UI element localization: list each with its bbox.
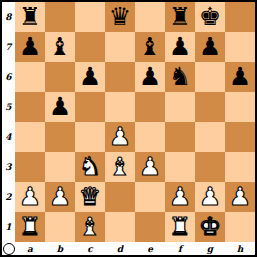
- white-pawn: ♟: [135, 152, 165, 182]
- black-pawn: ♟: [135, 62, 165, 92]
- chess-diagram: 8 7 6 5 4 3 2 1 ♜♛♜♚♟♝♝♟♟♟♟♞♟♟♟♞♝♟♟♟♛♟♟♟…: [0, 0, 257, 257]
- square-e6[interactable]: ♟: [135, 62, 165, 92]
- file-label-d: d: [105, 242, 135, 255]
- black-pawn: ♟: [45, 92, 75, 122]
- square-b3[interactable]: [45, 152, 75, 182]
- square-b6[interactable]: [45, 62, 75, 92]
- square-e7[interactable]: ♝: [135, 32, 165, 62]
- square-d4[interactable]: ♟: [105, 122, 135, 152]
- square-c7[interactable]: [75, 32, 105, 62]
- black-king: ♚: [195, 2, 225, 32]
- square-e5[interactable]: [135, 92, 165, 122]
- square-d8[interactable]: ♛: [105, 2, 135, 32]
- white-pawn: ♟: [45, 182, 75, 212]
- black-pawn: ♟: [195, 32, 225, 62]
- black-pawn: ♟: [225, 62, 255, 92]
- square-e4[interactable]: [135, 122, 165, 152]
- white-pawn: ♟: [105, 122, 135, 152]
- square-h8[interactable]: [225, 2, 255, 32]
- file-label-c: c: [75, 242, 105, 255]
- square-e8[interactable]: [135, 2, 165, 32]
- square-c8[interactable]: [75, 2, 105, 32]
- square-h4[interactable]: [225, 122, 255, 152]
- square-b4[interactable]: [45, 122, 75, 152]
- white-bishop: ♝: [75, 212, 105, 242]
- square-h1[interactable]: [225, 212, 255, 242]
- rank-label-4: 4: [2, 122, 15, 152]
- square-h2[interactable]: ♟: [225, 182, 255, 212]
- file-label-h: h: [225, 242, 255, 255]
- square-f5[interactable]: [165, 92, 195, 122]
- black-queen: ♛: [105, 2, 135, 32]
- square-c2[interactable]: ♛: [75, 182, 105, 212]
- square-a1[interactable]: ♜: [15, 212, 45, 242]
- square-a8[interactable]: ♜: [15, 2, 45, 32]
- square-f1[interactable]: ♜: [165, 212, 195, 242]
- square-b7[interactable]: ♝: [45, 32, 75, 62]
- white-rook: ♜: [15, 212, 45, 242]
- rank-label-8: 8: [2, 2, 15, 32]
- white-pawn: ♟: [165, 182, 195, 212]
- square-h6[interactable]: ♟: [225, 62, 255, 92]
- side-to-move-cell: [2, 242, 15, 255]
- square-d5[interactable]: [105, 92, 135, 122]
- square-a3[interactable]: [15, 152, 45, 182]
- square-e1[interactable]: [135, 212, 165, 242]
- black-bishop: ♝: [45, 32, 75, 62]
- white-king: ♚: [195, 212, 225, 242]
- black-pawn: ♟: [75, 62, 105, 92]
- black-knight: ♞: [165, 62, 195, 92]
- white-pawn: ♟: [15, 182, 45, 212]
- square-g3[interactable]: [195, 152, 225, 182]
- file-label-b: b: [45, 242, 75, 255]
- square-c1[interactable]: ♝: [75, 212, 105, 242]
- board-with-coordinates: 8 7 6 5 4 3 2 1 ♜♛♜♚♟♝♝♟♟♟♟♞♟♟♟♞♝♟♟♟♛♟♟♟…: [2, 2, 255, 255]
- square-g2[interactable]: ♟: [195, 182, 225, 212]
- square-a5[interactable]: [15, 92, 45, 122]
- square-f7[interactable]: ♟: [165, 32, 195, 62]
- square-d1[interactable]: [105, 212, 135, 242]
- square-e2[interactable]: [135, 182, 165, 212]
- black-rook: ♜: [15, 2, 45, 32]
- square-c6[interactable]: ♟: [75, 62, 105, 92]
- square-b1[interactable]: [45, 212, 75, 242]
- chess-board: ♜♛♜♚♟♝♝♟♟♟♟♞♟♟♟♞♝♟♟♟♛♟♟♟♜♝♜♚: [15, 2, 255, 242]
- white-knight: ♞: [75, 152, 105, 182]
- black-pawn: ♟: [15, 32, 45, 62]
- square-g7[interactable]: ♟: [195, 32, 225, 62]
- rank-label-2: 2: [2, 182, 15, 212]
- square-b5[interactable]: ♟: [45, 92, 75, 122]
- square-f3[interactable]: [165, 152, 195, 182]
- file-label-a: a: [15, 242, 45, 255]
- square-h5[interactable]: [225, 92, 255, 122]
- square-a2[interactable]: ♟: [15, 182, 45, 212]
- square-a7[interactable]: ♟: [15, 32, 45, 62]
- square-d6[interactable]: [105, 62, 135, 92]
- square-b8[interactable]: [45, 2, 75, 32]
- square-h7[interactable]: [225, 32, 255, 62]
- square-c3[interactable]: ♞: [75, 152, 105, 182]
- square-d2[interactable]: [105, 182, 135, 212]
- square-f8[interactable]: ♜: [165, 2, 195, 32]
- square-a6[interactable]: [15, 62, 45, 92]
- rank-label-5: 5: [2, 92, 15, 122]
- rank-label-6: 6: [2, 62, 15, 92]
- file-label-f: f: [165, 242, 195, 255]
- file-label-e: e: [135, 242, 165, 255]
- square-g4[interactable]: [195, 122, 225, 152]
- square-f2[interactable]: ♟: [165, 182, 195, 212]
- square-c5[interactable]: [75, 92, 105, 122]
- square-g8[interactable]: ♚: [195, 2, 225, 32]
- square-e3[interactable]: ♟: [135, 152, 165, 182]
- square-f6[interactable]: ♞: [165, 62, 195, 92]
- white-queen: ♛: [75, 182, 105, 212]
- file-label-g: g: [195, 242, 225, 255]
- white-pawn: ♟: [225, 182, 255, 212]
- rank-label-3: 3: [2, 152, 15, 182]
- square-g1[interactable]: ♚: [195, 212, 225, 242]
- square-f4[interactable]: [165, 122, 195, 152]
- white-pawn: ♟: [195, 182, 225, 212]
- white-to-move-indicator-icon: [3, 243, 15, 255]
- black-rook: ♜: [165, 2, 195, 32]
- square-a4[interactable]: [15, 122, 45, 152]
- rank-label-1: 1: [2, 212, 15, 242]
- black-pawn: ♟: [165, 32, 195, 62]
- black-bishop: ♝: [135, 32, 165, 62]
- square-d7[interactable]: [105, 32, 135, 62]
- square-h3[interactable]: [225, 152, 255, 182]
- rank-label-7: 7: [2, 32, 15, 62]
- square-g6[interactable]: [195, 62, 225, 92]
- white-rook: ♜: [165, 212, 195, 242]
- square-c4[interactable]: [75, 122, 105, 152]
- white-bishop: ♝: [105, 152, 135, 182]
- square-b2[interactable]: ♟: [45, 182, 75, 212]
- square-g5[interactable]: [195, 92, 225, 122]
- square-d3[interactable]: ♝: [105, 152, 135, 182]
